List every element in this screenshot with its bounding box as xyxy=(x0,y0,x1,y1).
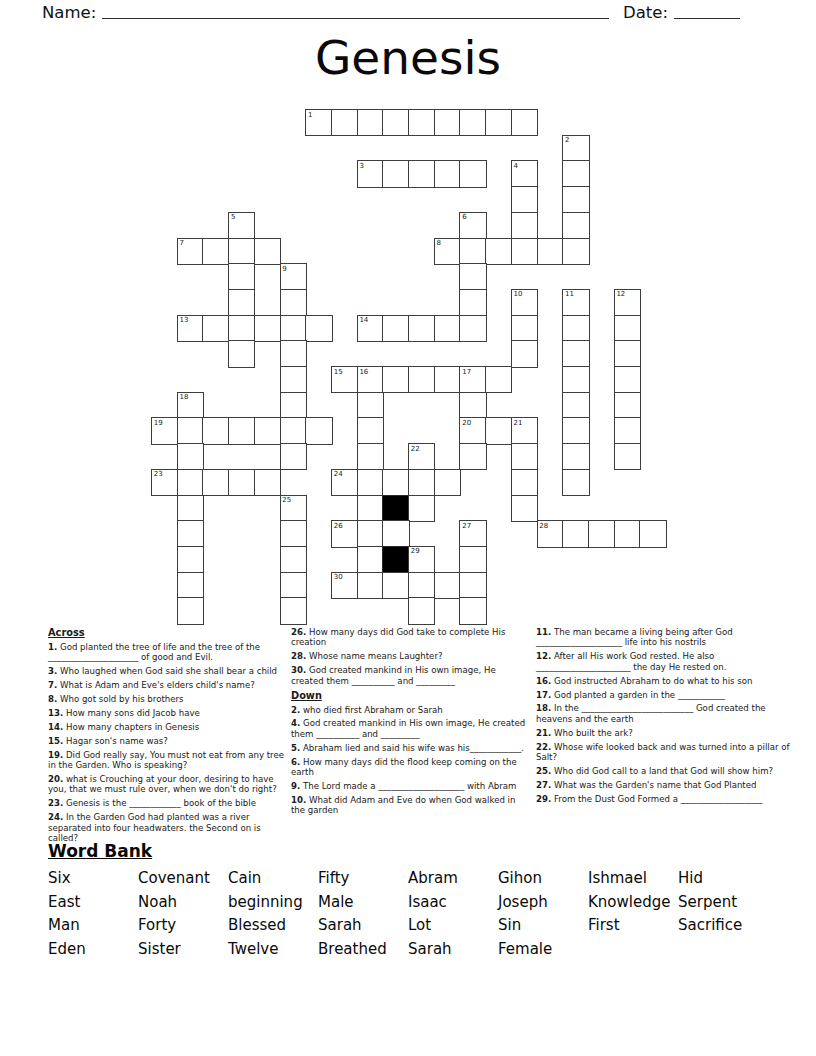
grid-cell: 4 xyxy=(511,160,538,187)
grid-cell: 15 xyxy=(331,366,358,393)
grid-cell xyxy=(357,495,384,522)
grid-cell xyxy=(408,315,435,342)
cell-number: 3 xyxy=(359,162,363,170)
word-bank-item: Male xyxy=(318,893,408,911)
clue-number: 25. xyxy=(536,766,551,776)
cell-number: 13 xyxy=(179,316,188,324)
cell-number: 5 xyxy=(231,213,235,221)
puzzle-title: Genesis xyxy=(0,30,816,85)
grid-cell xyxy=(254,238,281,265)
black-cell xyxy=(382,546,409,573)
grid-cell xyxy=(177,469,204,496)
cell-number: 2 xyxy=(565,136,569,144)
grid-cell xyxy=(331,109,358,136)
clue-number: 24. xyxy=(48,812,63,822)
grid-cell xyxy=(357,546,384,573)
grid-cell xyxy=(408,160,435,187)
clue-number: 27. xyxy=(536,780,551,790)
grid-cell xyxy=(639,520,666,547)
grid-cell xyxy=(228,315,255,342)
grid-cell: 26 xyxy=(331,520,358,547)
clue-13: 13. How many sons did Jacob have xyxy=(48,708,290,718)
word-bank-item: Female xyxy=(498,940,588,958)
grid-cell xyxy=(382,366,409,393)
cell-number: 24 xyxy=(334,470,343,478)
grid-cell xyxy=(562,160,589,187)
grid-cell xyxy=(511,495,538,522)
word-bank-item: Noah xyxy=(138,893,228,911)
clue-number: 16. xyxy=(536,676,551,686)
grid-cell: 23 xyxy=(151,469,178,496)
grid-cell: 18 xyxy=(177,392,204,419)
grid-cell xyxy=(434,109,461,136)
grid-cell: 10 xyxy=(511,289,538,316)
clue-8: 8. Who got sold by his brothers xyxy=(48,694,290,704)
grid-cell xyxy=(280,572,307,599)
word-bank-item: Serpent xyxy=(678,893,768,911)
date-blank-line xyxy=(674,16,740,19)
grid-cell xyxy=(382,160,409,187)
clue-4: 4. God created mankind in His own image,… xyxy=(291,718,529,739)
grid-cell xyxy=(408,366,435,393)
grid-cell: 29 xyxy=(408,546,435,573)
grid-cell xyxy=(562,238,589,265)
grid-cell xyxy=(228,417,255,444)
crossword-grid: 1234567891011121314151617181920212223242… xyxy=(151,109,668,626)
grid-cell xyxy=(357,572,384,599)
grid-cell xyxy=(357,109,384,136)
grid-cell xyxy=(202,469,229,496)
grid-cell: 17 xyxy=(459,366,486,393)
clue-16: 16. God instructed Abraham to do what to… xyxy=(536,676,790,686)
grid-cell: 16 xyxy=(357,366,384,393)
clue-number: 6. xyxy=(291,757,300,767)
cell-number: 30 xyxy=(334,573,343,581)
word-bank-item: Ishmael xyxy=(588,869,678,887)
clue-number: 15. xyxy=(48,736,63,746)
cell-number: 8 xyxy=(436,239,440,247)
grid-cell: 9 xyxy=(280,263,307,290)
grid-cell: 30 xyxy=(331,572,358,599)
grid-cell xyxy=(357,520,384,547)
grid-cell xyxy=(459,238,486,265)
header: Name: Date: xyxy=(42,3,740,22)
clues-column-across: Across1. God planted the tree of life an… xyxy=(48,627,290,847)
name-label: Name: xyxy=(42,3,96,22)
grid-cell: 14 xyxy=(357,315,384,342)
grid-cell xyxy=(228,340,255,367)
cell-number: 28 xyxy=(539,522,548,530)
grid-cell xyxy=(254,469,281,496)
cell-number: 7 xyxy=(179,239,183,247)
grid-cell xyxy=(382,520,409,547)
grid-cell xyxy=(614,366,641,393)
grid-cell xyxy=(459,597,486,624)
grid-cell xyxy=(434,366,461,393)
grid-cell: 21 xyxy=(511,417,538,444)
grid-cell xyxy=(254,417,281,444)
clue-25: 25. Who did God call to a land that God … xyxy=(536,766,790,776)
grid-cell xyxy=(280,520,307,547)
clue-number: 22. xyxy=(536,742,551,752)
across-header: Across xyxy=(48,627,290,639)
grid-cell xyxy=(511,315,538,342)
grid-cell xyxy=(588,520,615,547)
clue-15: 15. Hagar son's name was? xyxy=(48,736,290,746)
grid-cell xyxy=(382,469,409,496)
grid-cell xyxy=(511,212,538,239)
grid-cell xyxy=(562,186,589,213)
word-bank-item: First xyxy=(588,916,678,934)
clue-27: 27. What was the Garden's name that God … xyxy=(536,780,790,790)
grid-cell xyxy=(434,572,461,599)
grid-cell xyxy=(177,417,204,444)
word-bank-item: Joseph xyxy=(498,893,588,911)
clue-29: 29. From the Dust God Formed a _________… xyxy=(536,794,790,804)
clue-12: 12. After all His work God rested. He al… xyxy=(536,651,790,672)
clues-column-right: 11. The man became a living being after … xyxy=(536,627,790,808)
clue-28: 28. Whose name means Laughter? xyxy=(291,651,529,661)
grid-cell xyxy=(485,366,512,393)
clue-20: 20. what is Crouching at your door, desi… xyxy=(48,774,290,795)
grid-cell xyxy=(177,546,204,573)
grid-cell: 1 xyxy=(305,109,332,136)
cell-number: 18 xyxy=(179,393,188,401)
cell-number: 6 xyxy=(462,213,466,221)
grid-cell xyxy=(459,160,486,187)
clue-number: 9. xyxy=(291,781,300,791)
grid-cell: 3 xyxy=(357,160,384,187)
grid-cell xyxy=(202,417,229,444)
clue-number: 20. xyxy=(48,774,63,784)
clue-9: 9. The Lord made a ____________________ … xyxy=(291,781,529,791)
cell-number: 23 xyxy=(154,470,163,478)
grid-cell xyxy=(280,546,307,573)
grid-cell xyxy=(537,238,564,265)
cell-number: 15 xyxy=(334,368,343,376)
grid-cell xyxy=(459,392,486,419)
clue-number: 19. xyxy=(48,750,63,760)
grid-cell xyxy=(614,340,641,367)
grid-cell xyxy=(408,597,435,624)
word-bank-item: Knowledge xyxy=(588,893,678,911)
clue-14: 14. How many chapters in Genesis xyxy=(48,722,290,732)
grid-cell xyxy=(511,186,538,213)
grid-cell xyxy=(280,443,307,470)
grid-cell xyxy=(562,315,589,342)
clue-2: 2. who died first Abraham or Sarah xyxy=(291,705,529,715)
clue-18: 18. In the __________________________ Go… xyxy=(536,703,790,724)
grid-cell xyxy=(228,238,255,265)
grid-cell: 6 xyxy=(459,212,486,239)
grid-cell xyxy=(382,109,409,136)
grid-cell xyxy=(280,289,307,316)
grid-cell xyxy=(280,315,307,342)
grid-cell xyxy=(382,572,409,599)
grid-cell xyxy=(177,495,204,522)
clue-6: 6. How many days did the flood keep comi… xyxy=(291,757,529,778)
grid-cell: 11 xyxy=(562,289,589,316)
word-bank-item: Blessed xyxy=(228,916,318,934)
grid-cell xyxy=(357,469,384,496)
grid-cell xyxy=(382,315,409,342)
clue-number: 8. xyxy=(48,694,57,704)
grid-cell xyxy=(305,417,332,444)
grid-cell xyxy=(614,392,641,419)
clue-number: 28. xyxy=(291,651,306,661)
cell-number: 29 xyxy=(411,547,420,555)
cell-number: 26 xyxy=(334,522,343,530)
clue-21: 21. Who built the ark? xyxy=(536,728,790,738)
grid-cell: 5 xyxy=(228,212,255,239)
grid-cell xyxy=(614,520,641,547)
word-bank-item: Twelve xyxy=(228,940,318,958)
clue-26: 26. How many days did God take to comple… xyxy=(291,627,529,648)
word-bank: Word Bank SixCovenantCainFiftyAbramGihon… xyxy=(48,841,793,958)
cell-number: 9 xyxy=(282,265,286,273)
word-bank-item: Forty xyxy=(138,916,228,934)
word-bank-item: East xyxy=(48,893,138,911)
clue-17: 17. God planted a garden in the ________… xyxy=(536,690,790,700)
clue-number: 4. xyxy=(291,718,300,728)
clue-number: 17. xyxy=(536,690,551,700)
clue-number: 23. xyxy=(48,798,63,808)
clue-number: 29. xyxy=(536,794,551,804)
grid-cell xyxy=(485,238,512,265)
clue-number: 3. xyxy=(48,666,57,676)
grid-cell xyxy=(459,289,486,316)
grid-cell: 22 xyxy=(408,443,435,470)
grid-cell xyxy=(562,340,589,367)
clue-number: 2. xyxy=(291,705,300,715)
cell-number: 1 xyxy=(308,111,312,119)
date-label: Date: xyxy=(623,3,668,22)
cell-number: 12 xyxy=(616,290,625,298)
worksheet-page: Name: Date: Genesis 12345678910111213141… xyxy=(0,0,816,1056)
grid-cell xyxy=(459,572,486,599)
word-bank-item: Breathed xyxy=(318,940,408,958)
grid-cell: 19 xyxy=(151,417,178,444)
grid-cell xyxy=(434,160,461,187)
grid-cell xyxy=(177,572,204,599)
grid-cell xyxy=(459,546,486,573)
grid-cell: 27 xyxy=(459,520,486,547)
grid-cell xyxy=(485,109,512,136)
grid-cell: 2 xyxy=(562,135,589,162)
grid-cell xyxy=(280,392,307,419)
word-bank-item: Fifty xyxy=(318,869,408,887)
word-bank-item: Covenant xyxy=(138,869,228,887)
grid-cell xyxy=(511,469,538,496)
grid-cell xyxy=(511,340,538,367)
grid-cell xyxy=(280,417,307,444)
cell-number: 20 xyxy=(462,419,471,427)
grid-cell xyxy=(562,469,589,496)
grid-cell: 20 xyxy=(459,417,486,444)
clue-24: 24. In the Garden God had planted was a … xyxy=(48,812,290,843)
grid-cell xyxy=(280,366,307,393)
grid-cell xyxy=(408,469,435,496)
clue-3: 3. Who laughed when God said she shall b… xyxy=(48,666,290,676)
word-bank-item: Eden xyxy=(48,940,138,958)
cell-number: 25 xyxy=(282,496,291,504)
word-bank-item: Sarah xyxy=(408,940,498,958)
name-blank-line xyxy=(102,16,609,19)
clue-1: 1. God planted the tree of life and the … xyxy=(48,642,290,663)
clue-7: 7. What is Adam and Eve's elders child's… xyxy=(48,680,290,690)
grid-cell xyxy=(434,315,461,342)
grid-cell xyxy=(562,392,589,419)
clue-number: 18. xyxy=(536,703,551,713)
cell-number: 22 xyxy=(411,445,420,453)
word-bank-item: Sister xyxy=(138,940,228,958)
clue-number: 11. xyxy=(536,627,551,637)
grid-cell xyxy=(459,443,486,470)
grid-cell xyxy=(357,392,384,419)
grid-cell xyxy=(254,315,281,342)
word-bank-item: Sacrifice xyxy=(678,916,768,934)
grid-cell: 8 xyxy=(434,238,461,265)
word-bank-list: SixCovenantCainFiftyAbramGihonIshmaelHid… xyxy=(48,869,793,958)
word-bank-item: Lot xyxy=(408,916,498,934)
down-header: Down xyxy=(291,690,529,702)
clue-22: 22. Whose wife looked back and was turne… xyxy=(536,742,790,763)
clue-number: 26. xyxy=(291,627,306,637)
cell-number: 21 xyxy=(514,419,523,427)
black-cell xyxy=(382,495,409,522)
grid-cell xyxy=(305,315,332,342)
grid-cell xyxy=(280,340,307,367)
grid-cell xyxy=(459,109,486,136)
grid-cell xyxy=(511,443,538,470)
grid-cell xyxy=(280,597,307,624)
clue-number: 14. xyxy=(48,722,63,732)
clue-number: 7. xyxy=(48,680,57,690)
grid-cell xyxy=(357,443,384,470)
grid-cell xyxy=(434,469,461,496)
word-bank-item: Sin xyxy=(498,916,588,934)
cell-number: 16 xyxy=(359,368,368,376)
word-bank-item: Sarah xyxy=(318,916,408,934)
word-bank-item: Six xyxy=(48,869,138,887)
grid-cell xyxy=(177,597,204,624)
grid-cell: 13 xyxy=(177,315,204,342)
word-bank-item: Man xyxy=(48,916,138,934)
grid-cell xyxy=(357,417,384,444)
grid-cell xyxy=(228,263,255,290)
clues-column-middle: 26. How many days did God take to comple… xyxy=(291,627,529,819)
grid-cell xyxy=(614,443,641,470)
cell-number: 17 xyxy=(462,368,471,376)
cell-number: 19 xyxy=(154,419,163,427)
clue-number: 30. xyxy=(291,665,306,675)
clue-10: 10. What did Adam and Eve do when God wa… xyxy=(291,795,529,816)
grid-cell xyxy=(485,417,512,444)
clue-number: 21. xyxy=(536,728,551,738)
grid-cell xyxy=(459,315,486,342)
grid-cell: 7 xyxy=(177,238,204,265)
cell-number: 27 xyxy=(462,522,471,530)
clue-number: 5. xyxy=(291,743,300,753)
grid-cell: 25 xyxy=(280,495,307,522)
grid-cell xyxy=(177,520,204,547)
grid-cell xyxy=(177,443,204,470)
grid-cell xyxy=(408,572,435,599)
grid-cell xyxy=(202,238,229,265)
word-bank-item: beginning xyxy=(228,893,318,911)
cell-number: 10 xyxy=(514,290,523,298)
grid-cell xyxy=(408,109,435,136)
grid-cell xyxy=(459,263,486,290)
clue-number: 12. xyxy=(536,651,551,661)
cell-number: 11 xyxy=(565,290,574,298)
grid-cell xyxy=(614,315,641,342)
clue-30: 30. God created mankind in His own image… xyxy=(291,665,529,686)
grid-cell xyxy=(228,469,255,496)
grid-cell xyxy=(511,238,538,265)
grid-cell: 28 xyxy=(537,520,564,547)
cell-number: 4 xyxy=(514,162,518,170)
clue-number: 1. xyxy=(48,642,57,652)
cell-number: 14 xyxy=(359,316,368,324)
word-bank-item: Cain xyxy=(228,869,318,887)
word-bank-item: Isaac xyxy=(408,893,498,911)
grid-cell xyxy=(614,417,641,444)
grid-cell xyxy=(562,212,589,239)
clue-number: 10. xyxy=(291,795,306,805)
word-bank-item: Abram xyxy=(408,869,498,887)
word-bank-item: Gihon xyxy=(498,869,588,887)
grid-cell xyxy=(562,417,589,444)
grid-cell xyxy=(562,443,589,470)
word-bank-item: Hid xyxy=(678,869,768,887)
clue-number: 13. xyxy=(48,708,63,718)
grid-cell xyxy=(408,495,435,522)
grid-cell xyxy=(562,520,589,547)
clue-5: 5. Abraham lied and said his wife was hi… xyxy=(291,743,529,753)
clue-23: 23. Genesis is the ____________ book of … xyxy=(48,798,290,808)
grid-cell: 12 xyxy=(614,289,641,316)
grid-cell xyxy=(511,109,538,136)
clue-11: 11. The man became a living being after … xyxy=(536,627,790,648)
grid-cell xyxy=(562,366,589,393)
clue-19: 19. Did God really say, You must not eat… xyxy=(48,750,290,771)
word-bank-header: Word Bank xyxy=(48,841,793,861)
grid-cell: 24 xyxy=(331,469,358,496)
grid-cell xyxy=(228,289,255,316)
grid-cell xyxy=(202,315,229,342)
